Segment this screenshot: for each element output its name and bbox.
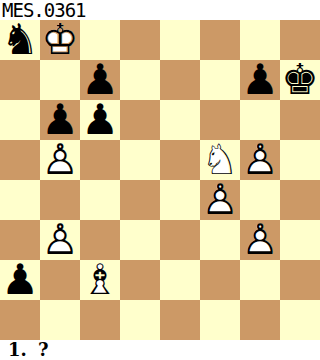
square-d3[interactable] bbox=[120, 220, 160, 260]
square-b2[interactable] bbox=[40, 260, 80, 300]
black-pawn-icon: ♟ bbox=[240, 60, 280, 100]
square-f3[interactable] bbox=[200, 220, 240, 260]
white-pawn-icon: ♙ bbox=[200, 180, 240, 220]
square-h5[interactable] bbox=[280, 140, 320, 180]
square-h8[interactable] bbox=[280, 20, 320, 60]
square-c5[interactable] bbox=[80, 140, 120, 180]
square-c3[interactable] bbox=[80, 220, 120, 260]
square-g1[interactable] bbox=[240, 300, 280, 340]
square-b8[interactable]: ♚♔ bbox=[40, 20, 80, 60]
square-d6[interactable] bbox=[120, 100, 160, 140]
square-g4[interactable] bbox=[240, 180, 280, 220]
square-c8[interactable] bbox=[80, 20, 120, 60]
square-e1[interactable] bbox=[160, 300, 200, 340]
square-b6[interactable]: ♟ bbox=[40, 100, 80, 140]
square-c6[interactable]: ♟ bbox=[80, 100, 120, 140]
square-b3[interactable]: ♟♙ bbox=[40, 220, 80, 260]
chess-board: ♞♚♔♟♟♚♟♟♟♙♞♘♟♙♟♙♟♙♟♙♟♝♗ bbox=[0, 20, 320, 340]
square-f4[interactable]: ♟♙ bbox=[200, 180, 240, 220]
square-h1[interactable] bbox=[280, 300, 320, 340]
square-a5[interactable] bbox=[0, 140, 40, 180]
square-g8[interactable] bbox=[240, 20, 280, 60]
square-g2[interactable] bbox=[240, 260, 280, 300]
square-d4[interactable] bbox=[120, 180, 160, 220]
square-b7[interactable] bbox=[40, 60, 80, 100]
square-g3[interactable]: ♟♙ bbox=[240, 220, 280, 260]
white-pawn-icon: ♙ bbox=[40, 220, 80, 260]
square-f6[interactable] bbox=[200, 100, 240, 140]
square-a6[interactable] bbox=[0, 100, 40, 140]
square-d1[interactable] bbox=[120, 300, 160, 340]
square-c4[interactable] bbox=[80, 180, 120, 220]
square-c2[interactable]: ♝♗ bbox=[80, 260, 120, 300]
black-pawn-icon: ♟ bbox=[0, 260, 40, 300]
square-f5[interactable]: ♞♘ bbox=[200, 140, 240, 180]
square-g7[interactable]: ♟ bbox=[240, 60, 280, 100]
square-h6[interactable] bbox=[280, 100, 320, 140]
square-a2[interactable]: ♟ bbox=[0, 260, 40, 300]
black-pawn-icon: ♟ bbox=[40, 100, 80, 140]
chess-puzzle-diagram: MES.0361 ♞♚♔♟♟♚♟♟♟♙♞♘♟♙♟♙♟♙♟♙♟♝♗ 1. ? bbox=[0, 0, 320, 360]
square-e7[interactable] bbox=[160, 60, 200, 100]
square-a4[interactable] bbox=[0, 180, 40, 220]
white-bishop-icon: ♗ bbox=[80, 260, 120, 300]
square-g6[interactable] bbox=[240, 100, 280, 140]
white-pawn-icon: ♙ bbox=[240, 220, 280, 260]
square-a3[interactable] bbox=[0, 220, 40, 260]
square-d5[interactable] bbox=[120, 140, 160, 180]
square-a7[interactable] bbox=[0, 60, 40, 100]
square-d2[interactable] bbox=[120, 260, 160, 300]
square-e4[interactable] bbox=[160, 180, 200, 220]
black-pawn-icon: ♟ bbox=[80, 60, 120, 100]
square-h3[interactable] bbox=[280, 220, 320, 260]
square-e2[interactable] bbox=[160, 260, 200, 300]
square-d8[interactable] bbox=[120, 20, 160, 60]
square-f7[interactable] bbox=[200, 60, 240, 100]
square-a8[interactable]: ♞ bbox=[0, 20, 40, 60]
square-h4[interactable] bbox=[280, 180, 320, 220]
square-b5[interactable]: ♟♙ bbox=[40, 140, 80, 180]
white-knight-icon: ♘ bbox=[200, 140, 240, 180]
square-c1[interactable] bbox=[80, 300, 120, 340]
white-king-icon: ♔ bbox=[40, 20, 80, 60]
square-h2[interactable] bbox=[280, 260, 320, 300]
square-f8[interactable] bbox=[200, 20, 240, 60]
square-e5[interactable] bbox=[160, 140, 200, 180]
square-b1[interactable] bbox=[40, 300, 80, 340]
square-e3[interactable] bbox=[160, 220, 200, 260]
white-pawn-icon: ♙ bbox=[240, 140, 280, 180]
black-king-icon: ♚ bbox=[280, 60, 320, 100]
black-knight-icon: ♞ bbox=[0, 20, 40, 60]
square-b4[interactable] bbox=[40, 180, 80, 220]
square-c7[interactable]: ♟ bbox=[80, 60, 120, 100]
square-f2[interactable] bbox=[200, 260, 240, 300]
square-h7[interactable]: ♚ bbox=[280, 60, 320, 100]
square-g5[interactable]: ♟♙ bbox=[240, 140, 280, 180]
black-pawn-icon: ♟ bbox=[80, 100, 120, 140]
white-pawn-icon: ♙ bbox=[40, 140, 80, 180]
square-e6[interactable] bbox=[160, 100, 200, 140]
square-e8[interactable] bbox=[160, 20, 200, 60]
move-prompt: 1. ? bbox=[0, 340, 320, 360]
square-d7[interactable] bbox=[120, 60, 160, 100]
square-f1[interactable] bbox=[200, 300, 240, 340]
square-a1[interactable] bbox=[0, 300, 40, 340]
